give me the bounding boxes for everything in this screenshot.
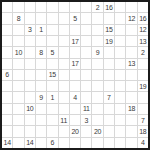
cell-r3c5[interactable] — [47, 25, 57, 35]
cell-r7c6[interactable] — [59, 70, 69, 80]
clue-cell-r2c13[interactable]: 16 — [138, 13, 148, 23]
clue-cell-r2c12[interactable]: 12 — [126, 13, 136, 23]
cell-r8c10[interactable] — [104, 81, 114, 91]
cell-r5c12[interactable] — [126, 47, 136, 57]
cell-r10c10[interactable] — [104, 104, 114, 114]
clue-cell-r11c6[interactable]: 11 — [59, 115, 69, 125]
cell-r11c9[interactable] — [92, 115, 102, 125]
clue-cell-r2c7[interactable]: 5 — [70, 13, 80, 23]
cell-r8c6[interactable] — [59, 81, 69, 91]
cell-r2c3[interactable] — [25, 13, 35, 23]
clue-cell-r6c12[interactable]: 13 — [126, 59, 136, 69]
cell-r2c5[interactable] — [47, 13, 57, 23]
cell-r7c7[interactable] — [70, 70, 80, 80]
cell-r10c5[interactable] — [47, 104, 57, 114]
cell-r6c2[interactable] — [13, 59, 23, 69]
cell-r13c11[interactable] — [115, 138, 125, 148]
cell-r4c2[interactable] — [13, 36, 23, 46]
cell-r8c12[interactable] — [126, 81, 136, 91]
cell-r7c3[interactable] — [25, 70, 35, 80]
cell-r2c10[interactable] — [104, 13, 114, 23]
clue-cell-r6c7[interactable]: 17 — [70, 59, 80, 69]
cell-r13c7[interactable] — [70, 138, 80, 148]
cell-r7c4[interactable] — [36, 70, 46, 80]
cell-r13c10[interactable] — [104, 138, 114, 148]
cell-r4c11[interactable] — [115, 36, 125, 46]
cell-r9c8[interactable] — [81, 92, 91, 102]
cell-r10c4[interactable] — [36, 104, 46, 114]
cell-r8c7[interactable] — [70, 81, 80, 91]
cell-r4c5[interactable] — [47, 36, 57, 46]
cell-r11c12[interactable] — [126, 115, 136, 125]
clue-cell-r10c12[interactable]: 18 — [126, 104, 136, 114]
cell-r5c1[interactable] — [2, 47, 12, 57]
cell-r4c6[interactable] — [59, 36, 69, 46]
clue-cell-r4c13[interactable]: 13 — [138, 36, 148, 46]
cell-r3c6[interactable] — [59, 25, 69, 35]
cell-r12c8[interactable] — [81, 126, 91, 136]
cell-r11c10[interactable] — [104, 115, 114, 125]
cell-r3c11[interactable] — [115, 25, 125, 35]
cell-r5c6[interactable] — [59, 47, 69, 57]
cell-r10c9[interactable] — [92, 104, 102, 114]
cell-r3c12[interactable] — [126, 25, 136, 35]
cell-r6c10[interactable] — [104, 59, 114, 69]
clue-cell-r13c5[interactable]: 6 — [47, 138, 57, 148]
clue-cell-r9c7[interactable]: 4 — [70, 92, 80, 102]
cell-r7c11[interactable] — [115, 70, 125, 80]
cell-r7c13[interactable] — [138, 70, 148, 80]
cell-r6c6[interactable] — [59, 59, 69, 69]
clue-cell-r3c13[interactable]: 12 — [138, 25, 148, 35]
cell-r2c4[interactable] — [36, 13, 46, 23]
cell-r6c9[interactable] — [92, 59, 102, 69]
cell-r1c8[interactable] — [81, 2, 91, 12]
cell-r10c6[interactable] — [59, 104, 69, 114]
cell-r2c1[interactable] — [2, 13, 12, 23]
cell-r1c3[interactable] — [25, 2, 35, 12]
cell-r7c2[interactable] — [13, 70, 23, 80]
cell-r6c8[interactable] — [81, 59, 91, 69]
cell-r11c1[interactable] — [2, 115, 12, 125]
cell-r1c12[interactable] — [126, 2, 136, 12]
clue-cell-r13c13[interactable]: 4 — [138, 138, 148, 148]
cell-r12c3[interactable] — [25, 126, 35, 136]
clue-cell-r13c1[interactable]: 14 — [2, 138, 12, 148]
cell-r1c7[interactable] — [70, 2, 80, 12]
cell-r8c11[interactable] — [115, 81, 125, 91]
cell-r10c7[interactable] — [70, 104, 80, 114]
clue-cell-r5c4[interactable]: 8 — [36, 47, 46, 57]
cell-r8c4[interactable] — [36, 81, 46, 91]
cell-r2c11[interactable] — [115, 13, 125, 23]
clue-cell-r9c5[interactable]: 1 — [47, 92, 57, 102]
clue-cell-r4c7[interactable]: 17 — [70, 36, 80, 46]
cell-r7c8[interactable] — [81, 70, 91, 80]
cell-r11c2[interactable] — [13, 115, 23, 125]
cell-r9c9[interactable] — [92, 92, 102, 102]
cell-r3c2[interactable] — [13, 25, 23, 35]
cell-r2c8[interactable] — [81, 13, 91, 23]
cell-r9c2[interactable] — [13, 92, 23, 102]
cell-r5c7[interactable] — [70, 47, 80, 57]
cell-r6c4[interactable] — [36, 59, 46, 69]
clue-cell-r4c10[interactable]: 19 — [104, 36, 114, 46]
clue-cell-r11c13[interactable]: 7 — [138, 115, 148, 125]
cell-r11c3[interactable] — [25, 115, 35, 125]
cell-r4c4[interactable] — [36, 36, 46, 46]
cell-r1c2[interactable] — [13, 2, 23, 12]
cell-r1c5[interactable] — [47, 2, 57, 12]
cell-r6c1[interactable] — [2, 59, 12, 69]
cell-r1c11[interactable] — [115, 2, 125, 12]
clue-cell-r2c2[interactable]: 8 — [13, 13, 23, 23]
cell-r3c1[interactable] — [2, 25, 12, 35]
cell-r9c13[interactable] — [138, 92, 148, 102]
cell-r9c6[interactable] — [59, 92, 69, 102]
clue-cell-r9c4[interactable]: 9 — [36, 92, 46, 102]
cell-r12c2[interactable] — [13, 126, 23, 136]
cell-r12c4[interactable] — [36, 126, 46, 136]
clue-cell-r7c5[interactable]: 15 — [47, 70, 57, 80]
cell-r12c5[interactable] — [47, 126, 57, 136]
clue-cell-r3c10[interactable]: 15 — [104, 25, 114, 35]
cell-r11c11[interactable] — [115, 115, 125, 125]
clue-cell-r12c7[interactable]: 20 — [70, 126, 80, 136]
cell-r11c7[interactable] — [70, 115, 80, 125]
cell-r1c13[interactable] — [138, 2, 148, 12]
cell-r3c9[interactable] — [92, 25, 102, 35]
cell-r9c3[interactable] — [25, 92, 35, 102]
clue-cell-r10c8[interactable]: 11 — [81, 104, 91, 114]
cell-r4c1[interactable] — [2, 36, 12, 46]
clue-cell-r5c13[interactable]: 2 — [138, 47, 148, 57]
clue-cell-r11c8[interactable]: 3 — [81, 115, 91, 125]
clue-cell-r5c5[interactable]: 5 — [47, 47, 57, 57]
cell-r12c11[interactable] — [115, 126, 125, 136]
clue-cell-r3c4[interactable]: 1 — [36, 25, 46, 35]
cell-r5c3[interactable] — [25, 47, 35, 57]
cell-r11c4[interactable] — [36, 115, 46, 125]
cell-r8c9[interactable] — [92, 81, 102, 91]
cell-r5c10[interactable] — [104, 47, 114, 57]
cell-r3c7[interactable] — [70, 25, 80, 35]
cell-r6c11[interactable] — [115, 59, 125, 69]
cell-r10c11[interactable] — [115, 104, 125, 114]
clue-cell-r1c10[interactable]: 16 — [104, 2, 114, 12]
cell-r1c1[interactable] — [2, 2, 12, 12]
cell-r12c1[interactable] — [2, 126, 12, 136]
cell-r9c1[interactable] — [2, 92, 12, 102]
clue-cell-r9c10[interactable]: 7 — [104, 92, 114, 102]
cell-r4c9[interactable] — [92, 36, 102, 46]
cell-r12c10[interactable] — [104, 126, 114, 136]
cell-r2c6[interactable] — [59, 13, 69, 23]
cell-r7c12[interactable] — [126, 70, 136, 80]
clue-cell-r8c13[interactable]: 19 — [138, 81, 148, 91]
cell-r6c3[interactable] — [25, 59, 35, 69]
cell-r13c4[interactable] — [36, 138, 46, 148]
cell-r13c6[interactable] — [59, 138, 69, 148]
clue-cell-r13c3[interactable]: 14 — [25, 138, 35, 148]
cell-r12c6[interactable] — [59, 126, 69, 136]
cell-r10c2[interactable] — [13, 104, 23, 114]
clue-cell-r10c3[interactable]: 10 — [25, 104, 35, 114]
clue-cell-r12c13[interactable]: 18 — [138, 126, 148, 136]
cell-r4c3[interactable] — [25, 36, 35, 46]
cell-r10c13[interactable] — [138, 104, 148, 114]
cell-r8c3[interactable] — [25, 81, 35, 91]
clue-cell-r7c1[interactable]: 6 — [2, 70, 12, 80]
cell-r8c2[interactable] — [13, 81, 23, 91]
cell-r8c8[interactable] — [81, 81, 91, 91]
cell-r5c11[interactable] — [115, 47, 125, 57]
clue-cell-r12c9[interactable]: 20 — [92, 126, 102, 136]
cell-r13c12[interactable] — [126, 138, 136, 148]
cell-r8c5[interactable] — [47, 81, 57, 91]
clue-cell-r5c2[interactable]: 10 — [13, 47, 23, 57]
cell-r6c13[interactable] — [138, 59, 148, 69]
cell-r13c9[interactable] — [92, 138, 102, 148]
cell-r9c11[interactable] — [115, 92, 125, 102]
cell-r8c1[interactable] — [2, 81, 12, 91]
cell-r13c8[interactable] — [81, 138, 91, 148]
clue-cell-r5c9[interactable]: 9 — [92, 47, 102, 57]
cell-r7c9[interactable] — [92, 70, 102, 80]
clue-cell-r3c3[interactable]: 3 — [25, 25, 35, 35]
cell-r6c5[interactable] — [47, 59, 57, 69]
cell-r4c12[interactable] — [126, 36, 136, 46]
cell-r11c5[interactable] — [47, 115, 57, 125]
cell-r13c2[interactable] — [13, 138, 23, 148]
cell-r10c1[interactable] — [2, 104, 12, 114]
clue-cell-r1c9[interactable]: 2 — [92, 2, 102, 12]
cell-r1c6[interactable] — [59, 2, 69, 12]
cell-r4c8[interactable] — [81, 36, 91, 46]
cell-r1c4[interactable] — [36, 2, 46, 12]
numberlink-board: 2168512163115121719131085921713615199147… — [0, 0, 150, 150]
cell-r9c12[interactable] — [126, 92, 136, 102]
cell-r7c10[interactable] — [104, 70, 114, 80]
cell-r5c8[interactable] — [81, 47, 91, 57]
cell-r3c8[interactable] — [81, 25, 91, 35]
cell-r12c12[interactable] — [126, 126, 136, 136]
cell-r2c9[interactable] — [92, 13, 102, 23]
